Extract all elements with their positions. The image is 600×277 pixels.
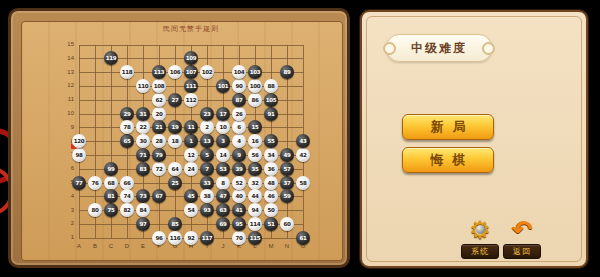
white-stone-move-44: 44 — [248, 189, 262, 203]
black-stone-move-3: 3 — [216, 134, 230, 148]
return-label: 返回 — [503, 244, 541, 259]
black-stone-move-81: 81 — [104, 189, 118, 203]
black-stone-move-37: 37 — [280, 176, 294, 190]
column-coordinate-label: E — [137, 243, 149, 249]
row-coordinate-label: 15 — [62, 41, 74, 47]
white-stone-move-42: 42 — [296, 148, 310, 162]
row-coordinate-label: 10 — [62, 110, 74, 116]
white-stone-move-98: 98 — [72, 148, 86, 162]
row-coordinate-label: 12 — [62, 82, 74, 88]
black-stone-move-69: 69 — [216, 217, 230, 231]
black-stone-move-115: 115 — [248, 231, 262, 245]
black-stone-move-77: 77 — [72, 176, 86, 190]
black-stone-move-41: 41 — [232, 203, 246, 217]
row-coordinate-label: 2 — [62, 220, 74, 226]
white-stone-move-96: 96 — [152, 231, 166, 245]
black-stone-move-33: 33 — [200, 176, 214, 190]
white-stone-move-84: 84 — [136, 203, 150, 217]
gear-icon: ⚙ — [460, 216, 500, 243]
black-stone-move-79: 79 — [152, 148, 166, 162]
black-stone-move-89: 89 — [280, 65, 294, 79]
black-stone-move-11: 11 — [184, 120, 198, 134]
board-surface[interactable]: 民间无禁手规则 15A14B13C12D11E10F9G8H7I6J5K4L3M… — [21, 21, 343, 261]
black-stone-move-23: 23 — [200, 107, 214, 121]
new-game-button[interactable]: 新局 — [402, 114, 494, 140]
black-stone-move-63: 63 — [216, 203, 230, 217]
white-stone-move-50: 50 — [264, 203, 278, 217]
black-stone-move-17: 17 — [216, 107, 230, 121]
white-stone-move-58: 58 — [296, 176, 310, 190]
white-stone-move-22: 22 — [136, 120, 150, 134]
black-stone-move-29: 29 — [120, 107, 134, 121]
row-coordinate-label: 1 — [62, 234, 74, 240]
white-stone-move-90: 90 — [232, 79, 246, 93]
white-stone-move-4: 4 — [232, 134, 246, 148]
black-stone-move-61: 61 — [296, 231, 310, 245]
black-stone-move-1: 1 — [184, 134, 198, 148]
white-stone-move-76: 76 — [88, 176, 102, 190]
white-stone-move-78: 78 — [120, 120, 134, 134]
black-stone-move-51: 51 — [264, 217, 278, 231]
white-stone-move-32: 32 — [248, 176, 262, 190]
column-coordinate-label: B — [89, 243, 101, 249]
board-panel: 民间无禁手规则 15A14B13C12D11E10F9G8H7I6J5K4L3M… — [8, 8, 350, 268]
white-stone-move-24: 24 — [184, 162, 198, 176]
white-stone-move-80: 80 — [88, 203, 102, 217]
black-stone-move-49: 49 — [280, 148, 294, 162]
difficulty-label: 中级难度 — [411, 40, 467, 57]
white-stone-move-48: 48 — [264, 176, 278, 190]
white-stone-move-12: 12 — [184, 148, 198, 162]
white-stone-move-20: 20 — [152, 107, 166, 121]
white-stone-move-2: 2 — [200, 120, 214, 134]
white-stone-move-102: 102 — [200, 65, 214, 79]
column-coordinate-label: J — [217, 243, 229, 249]
black-stone-move-85: 85 — [168, 217, 182, 231]
white-stone-move-30: 30 — [136, 134, 150, 148]
white-stone-move-6: 6 — [232, 120, 246, 134]
row-coordinate-label: 11 — [62, 96, 74, 102]
black-stone-move-55: 55 — [264, 134, 278, 148]
white-stone-move-92: 92 — [184, 231, 198, 245]
settings-button[interactable]: ⚙ 系统 — [460, 216, 500, 259]
black-stone-move-71: 71 — [136, 148, 150, 162]
white-stone-move-10: 10 — [216, 120, 230, 134]
white-stone-move-34: 34 — [264, 148, 278, 162]
black-stone-move-53: 53 — [216, 162, 230, 176]
black-stone-move-19: 19 — [168, 120, 182, 134]
black-stone-move-91: 91 — [264, 107, 278, 121]
white-stone-move-8: 8 — [216, 176, 230, 190]
black-stone-move-101: 101 — [216, 79, 230, 93]
black-stone-move-59: 59 — [280, 189, 294, 203]
white-stone-move-108: 108 — [152, 79, 166, 93]
black-stone-move-5: 5 — [200, 148, 214, 162]
black-stone-move-105: 105 — [264, 93, 278, 107]
white-stone-move-46: 46 — [264, 189, 278, 203]
return-button[interactable]: ↶ 返回 — [502, 216, 542, 259]
white-stone-move-28: 28 — [152, 134, 166, 148]
white-stone-move-54: 54 — [184, 203, 198, 217]
black-stone-move-13: 13 — [200, 134, 214, 148]
black-stone-move-73: 73 — [136, 189, 150, 203]
black-stone-move-15: 15 — [248, 120, 262, 134]
row-coordinate-label: 9 — [62, 124, 74, 130]
black-stone-move-97: 97 — [136, 217, 150, 231]
black-stone-move-113: 113 — [152, 65, 166, 79]
white-stone-move-100: 100 — [248, 79, 262, 93]
column-coordinate-label: A — [73, 243, 85, 249]
white-stone-move-86: 86 — [248, 93, 262, 107]
white-stone-move-56: 56 — [248, 148, 262, 162]
settings-label: 系统 — [461, 244, 499, 259]
black-stone-move-25: 25 — [168, 176, 182, 190]
column-coordinate-label: N — [281, 243, 293, 249]
black-stone-move-45: 45 — [184, 189, 198, 203]
white-stone-move-112: 112 — [184, 93, 198, 107]
white-stone-move-82: 82 — [120, 203, 134, 217]
last-move-marker-icon — [71, 143, 77, 149]
black-stone-move-99: 99 — [104, 162, 118, 176]
side-panel: 中级难度 新局 悔棋 ⚙ 系统 ↶ 返回 — [360, 10, 588, 268]
white-stone-move-104: 104 — [232, 65, 246, 79]
black-stone-move-95: 95 — [232, 217, 246, 231]
black-stone-move-87: 87 — [232, 93, 246, 107]
undo-move-button[interactable]: 悔棋 — [402, 147, 494, 173]
black-stone-move-83: 83 — [136, 162, 150, 176]
black-stone-move-117: 117 — [200, 231, 214, 245]
black-stone-move-21: 21 — [152, 120, 166, 134]
row-coordinate-label: 6 — [62, 165, 74, 171]
black-stone-move-43: 43 — [296, 134, 310, 148]
black-stone-move-57: 57 — [280, 162, 294, 176]
column-coordinate-label: C — [105, 243, 117, 249]
white-stone-move-72: 72 — [152, 162, 166, 176]
white-stone-move-52: 52 — [232, 176, 246, 190]
white-stone-move-26: 26 — [232, 107, 246, 121]
white-stone-move-74: 74 — [120, 189, 134, 203]
white-stone-move-40: 40 — [232, 189, 246, 203]
white-stone-move-94: 94 — [248, 203, 262, 217]
white-stone-move-18: 18 — [168, 134, 182, 148]
banner-curl-icon — [482, 42, 495, 55]
black-stone-move-93: 93 — [200, 203, 214, 217]
return-arrow-icon: ↶ — [502, 216, 542, 243]
black-stone-move-119: 119 — [104, 51, 118, 65]
white-stone-move-16: 16 — [248, 134, 262, 148]
game-screen: 民间无禁手规则 15A14B13C12D11E10F9G8H7I6J5K4L3M… — [0, 0, 600, 277]
white-stone-move-106: 106 — [168, 65, 182, 79]
row-coordinate-label: 3 — [62, 207, 74, 213]
white-stone-move-118: 118 — [120, 65, 134, 79]
row-coordinate-label: 14 — [62, 55, 74, 61]
white-stone-move-38: 38 — [200, 189, 214, 203]
white-stone-move-66: 66 — [120, 176, 134, 190]
white-stone-move-88: 88 — [264, 79, 278, 93]
black-stone-move-31: 31 — [136, 107, 150, 121]
rule-banner: 民间无禁手规则 — [79, 24, 303, 34]
black-stone-move-103: 103 — [248, 65, 262, 79]
white-stone-move-68: 68 — [104, 176, 118, 190]
white-stone-move-110: 110 — [136, 79, 150, 93]
difficulty-banner: 中级难度 — [386, 34, 492, 62]
black-stone-move-35: 35 — [248, 162, 262, 176]
black-stone-move-7: 7 — [200, 162, 214, 176]
white-stone-move-62: 62 — [152, 93, 166, 107]
white-stone-move-120: 120 — [72, 134, 86, 148]
black-stone-move-67: 67 — [152, 189, 166, 203]
white-stone-move-116: 116 — [168, 231, 182, 245]
black-stone-move-75: 75 — [104, 203, 118, 217]
black-stone-move-9: 9 — [232, 148, 246, 162]
black-stone-move-107: 107 — [184, 65, 198, 79]
black-stone-move-39: 39 — [232, 162, 246, 176]
column-coordinate-label: D — [121, 243, 133, 249]
black-stone-move-109: 109 — [184, 51, 198, 65]
column-coordinate-label: M — [265, 243, 277, 249]
black-stone-move-65: 65 — [120, 134, 134, 148]
white-stone-move-14: 14 — [216, 148, 230, 162]
white-stone-move-70: 70 — [232, 231, 246, 245]
white-stone-move-36: 36 — [264, 162, 278, 176]
white-stone-move-114: 114 — [248, 217, 262, 231]
black-stone-move-47: 47 — [216, 189, 230, 203]
black-stone-move-27: 27 — [168, 93, 182, 107]
row-coordinate-label: 4 — [62, 193, 74, 199]
white-stone-move-60: 60 — [280, 217, 294, 231]
banner-curl-icon — [383, 42, 396, 55]
white-stone-move-64: 64 — [168, 162, 182, 176]
row-coordinate-label: 13 — [62, 69, 74, 75]
black-stone-move-111: 111 — [184, 79, 198, 93]
